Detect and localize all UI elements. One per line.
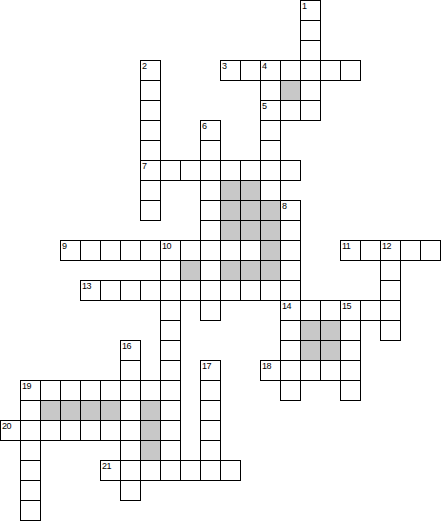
- grid-cell-15-18[interactable]: [300, 360, 321, 381]
- grid-cell-14-10[interactable]: [280, 200, 301, 221]
- grid-cell-1-22[interactable]: [20, 440, 41, 461]
- grid-cell-8-12[interactable]: [160, 240, 181, 261]
- grid-cell-18-15[interactable]: [360, 300, 381, 321]
- crossword-page: 123456789101112131415161718192021: [0, 0, 441, 521]
- grid-cell-13-14[interactable]: [260, 280, 281, 301]
- grid-cell-7-10[interactable]: [140, 200, 161, 221]
- grid-cell-14-16[interactable]: [280, 320, 301, 341]
- grid-cell-19-14[interactable]: [380, 280, 401, 301]
- grid-cell-15-2[interactable]: [300, 40, 321, 61]
- grid-cell-12-8[interactable]: [240, 160, 261, 181]
- shaded-cell-11-13: [220, 260, 241, 281]
- grid-cell-11-3[interactable]: [220, 60, 241, 81]
- grid-cell-8-20[interactable]: [160, 400, 181, 421]
- grid-cell-13-5[interactable]: [260, 100, 281, 121]
- shaded-cell-11-9: [220, 180, 241, 201]
- grid-cell-6-20[interactable]: [120, 400, 141, 421]
- grid-cell-1-25[interactable]: [20, 500, 41, 521]
- grid-cell-10-15[interactable]: [200, 300, 221, 321]
- grid-cell-6-24[interactable]: [120, 480, 141, 501]
- grid-cell-10-14[interactable]: [200, 280, 221, 301]
- grid-cell-5-23[interactable]: [100, 460, 121, 481]
- grid-cell-13-18[interactable]: [260, 360, 281, 381]
- grid-cell-5-14[interactable]: [100, 280, 121, 301]
- shaded-cell-12-10: [240, 200, 261, 221]
- grid-cell-7-19[interactable]: [140, 380, 161, 401]
- shaded-cell-3-20: [60, 400, 81, 421]
- grid-cell-11-14[interactable]: [220, 280, 241, 301]
- grid-cell-6-19[interactable]: [120, 380, 141, 401]
- grid-cell-14-19[interactable]: [280, 380, 301, 401]
- grid-cell-10-21[interactable]: [200, 420, 221, 441]
- grid-cell-14-18[interactable]: [280, 360, 301, 381]
- grid-cell-10-22[interactable]: [200, 440, 221, 461]
- grid-cell-1-19[interactable]: [20, 380, 41, 401]
- grid-cell-11-8[interactable]: [220, 160, 241, 181]
- crossword-board: 123456789101112131415161718192021: [0, 0, 441, 521]
- grid-cell-13-7[interactable]: [260, 140, 281, 161]
- grid-cell-15-0[interactable]: [300, 0, 321, 21]
- grid-cell-7-12[interactable]: [140, 240, 161, 261]
- grid-cell-9-12[interactable]: [180, 240, 201, 261]
- shaded-cell-13-13: [260, 260, 281, 281]
- grid-cell-13-8[interactable]: [260, 160, 281, 181]
- grid-cell-10-23[interactable]: [200, 460, 221, 481]
- grid-cell-7-4[interactable]: [140, 80, 161, 101]
- grid-cell-14-17[interactable]: [280, 340, 301, 361]
- grid-cell-7-14[interactable]: [140, 280, 161, 301]
- grid-cell-7-9[interactable]: [140, 180, 161, 201]
- grid-cell-17-18[interactable]: [340, 360, 361, 381]
- grid-cell-6-22[interactable]: [120, 440, 141, 461]
- grid-cell-1-20[interactable]: [20, 400, 41, 421]
- shaded-cell-11-11: [220, 220, 241, 241]
- grid-cell-10-20[interactable]: [200, 400, 221, 421]
- grid-cell-7-6[interactable]: [140, 120, 161, 141]
- grid-cell-3-12[interactable]: [60, 240, 81, 261]
- grid-cell-15-3[interactable]: [300, 60, 321, 81]
- shaded-cell-7-20: [140, 400, 161, 421]
- grid-cell-17-16[interactable]: [340, 320, 361, 341]
- grid-cell-4-19[interactable]: [80, 380, 101, 401]
- shaded-cell-13-11: [260, 220, 281, 241]
- shaded-cell-12-13: [240, 260, 261, 281]
- grid-cell-14-5[interactable]: [280, 100, 301, 121]
- grid-cell-12-12[interactable]: [240, 240, 261, 261]
- grid-cell-17-12[interactable]: [340, 240, 361, 261]
- grid-cell-3-21[interactable]: [60, 420, 81, 441]
- grid-cell-8-15[interactable]: [160, 300, 181, 321]
- grid-cell-13-3[interactable]: [260, 60, 281, 81]
- grid-cell-13-4[interactable]: [260, 80, 281, 101]
- shaded-cell-2-20: [40, 400, 61, 421]
- grid-cell-16-18[interactable]: [320, 360, 341, 381]
- grid-cell-8-22[interactable]: [160, 440, 181, 461]
- shaded-cell-7-21: [140, 420, 161, 441]
- grid-cell-19-15[interactable]: [380, 300, 401, 321]
- grid-cell-2-19[interactable]: [40, 380, 61, 401]
- shaded-cell-12-9: [240, 180, 261, 201]
- grid-cell-9-23[interactable]: [180, 460, 201, 481]
- grid-cell-14-11[interactable]: [280, 220, 301, 241]
- grid-cell-15-4[interactable]: [300, 80, 321, 101]
- grid-cell-8-17[interactable]: [160, 340, 181, 361]
- grid-cell-11-23[interactable]: [220, 460, 241, 481]
- grid-cell-9-8[interactable]: [180, 160, 201, 181]
- grid-cell-7-5[interactable]: [140, 100, 161, 121]
- grid-cell-17-17[interactable]: [340, 340, 361, 361]
- shaded-cell-9-13: [180, 260, 201, 281]
- grid-cell-5-12[interactable]: [100, 240, 121, 261]
- grid-cell-21-12[interactable]: [420, 240, 441, 261]
- shaded-cell-15-17: [300, 340, 321, 361]
- grid-cell-16-3[interactable]: [320, 60, 341, 81]
- grid-cell-20-12[interactable]: [400, 240, 421, 261]
- grid-cell-5-21[interactable]: [100, 420, 121, 441]
- grid-cell-6-14[interactable]: [120, 280, 141, 301]
- grid-cell-8-19[interactable]: [160, 380, 181, 401]
- grid-cell-19-16[interactable]: [380, 320, 401, 341]
- shaded-cell-16-17: [320, 340, 341, 361]
- grid-cell-6-21[interactable]: [120, 420, 141, 441]
- grid-cell-10-19[interactable]: [200, 380, 221, 401]
- grid-cell-8-8[interactable]: [160, 160, 181, 181]
- grid-cell-0-21[interactable]: [0, 420, 21, 441]
- grid-cell-10-13[interactable]: [200, 260, 221, 281]
- grid-cell-15-15[interactable]: [300, 300, 321, 321]
- shaded-cell-7-22: [140, 440, 161, 461]
- grid-cell-6-18[interactable]: [120, 360, 141, 381]
- grid-cell-14-13[interactable]: [280, 260, 301, 281]
- grid-cell-19-13[interactable]: [380, 260, 401, 281]
- grid-cell-7-23[interactable]: [140, 460, 161, 481]
- grid-cell-7-7[interactable]: [140, 140, 161, 161]
- grid-cell-10-8[interactable]: [200, 160, 221, 181]
- grid-cell-8-16[interactable]: [160, 320, 181, 341]
- grid-cell-15-5[interactable]: [300, 100, 321, 121]
- grid-cell-17-15[interactable]: [340, 300, 361, 321]
- grid-cell-2-21[interactable]: [40, 420, 61, 441]
- shaded-cell-11-10: [220, 200, 241, 221]
- grid-cell-1-24[interactable]: [20, 480, 41, 501]
- grid-cell-1-23[interactable]: [20, 460, 41, 481]
- grid-cell-16-15[interactable]: [320, 300, 341, 321]
- grid-cell-6-12[interactable]: [120, 240, 141, 261]
- grid-cell-10-10[interactable]: [200, 200, 221, 221]
- grid-cell-19-12[interactable]: [380, 240, 401, 261]
- shaded-cell-12-11: [240, 220, 261, 241]
- grid-cell-14-8[interactable]: [280, 160, 301, 181]
- grid-cell-6-17[interactable]: [120, 340, 141, 361]
- grid-cell-4-21[interactable]: [80, 420, 101, 441]
- grid-cell-1-21[interactable]: [20, 420, 41, 441]
- shaded-cell-13-12: [260, 240, 281, 261]
- shaded-cell-5-20: [100, 400, 121, 421]
- grid-cell-4-14[interactable]: [80, 280, 101, 301]
- grid-cell-8-14[interactable]: [160, 280, 181, 301]
- grid-cell-17-3[interactable]: [340, 60, 361, 81]
- grid-cell-9-14[interactable]: [180, 280, 201, 301]
- grid-cell-18-12[interactable]: [360, 240, 381, 261]
- grid-cell-10-18[interactable]: [200, 360, 221, 381]
- grid-cell-8-13[interactable]: [160, 260, 181, 281]
- grid-cell-12-14[interactable]: [240, 280, 261, 301]
- grid-cell-13-6[interactable]: [260, 120, 281, 141]
- grid-cell-7-3[interactable]: [140, 60, 161, 81]
- grid-cell-10-11[interactable]: [200, 220, 221, 241]
- shaded-cell-13-10: [260, 200, 281, 221]
- grid-cell-11-12[interactable]: [220, 240, 241, 261]
- grid-cell-7-8[interactable]: [140, 160, 161, 181]
- shaded-cell-4-20: [80, 400, 101, 421]
- grid-cell-8-18[interactable]: [160, 360, 181, 381]
- grid-cell-14-3[interactable]: [280, 60, 301, 81]
- shaded-cell-16-16: [320, 320, 341, 341]
- grid-cell-3-19[interactable]: [60, 380, 81, 401]
- shaded-cell-15-16: [300, 320, 321, 341]
- grid-cell-13-9[interactable]: [260, 180, 281, 201]
- grid-cell-5-19[interactable]: [100, 380, 121, 401]
- grid-cell-12-3[interactable]: [240, 60, 261, 81]
- grid-cell-6-23[interactable]: [120, 460, 141, 481]
- grid-cell-10-9[interactable]: [200, 180, 221, 201]
- grid-cell-17-19[interactable]: [340, 380, 361, 401]
- grid-cell-14-14[interactable]: [280, 280, 301, 301]
- grid-cell-15-1[interactable]: [300, 20, 321, 41]
- grid-cell-4-12[interactable]: [80, 240, 101, 261]
- grid-cell-14-12[interactable]: [280, 240, 301, 261]
- grid-cell-14-15[interactable]: [280, 300, 301, 321]
- grid-cell-8-23[interactable]: [160, 460, 181, 481]
- grid-cell-10-12[interactable]: [200, 240, 221, 261]
- shaded-cell-14-4: [280, 80, 301, 101]
- grid-cell-8-21[interactable]: [160, 420, 181, 441]
- grid-cell-10-7[interactable]: [200, 140, 221, 161]
- grid-cell-10-6[interactable]: [200, 120, 221, 141]
